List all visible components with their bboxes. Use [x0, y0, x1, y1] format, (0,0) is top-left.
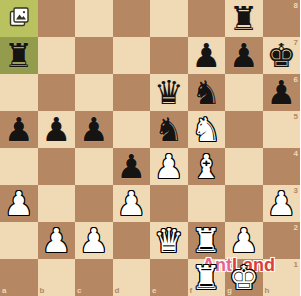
white-pawn[interactable]: ♟ — [0, 185, 38, 222]
white-pawn[interactable]: ♟ — [263, 185, 301, 222]
white-bishop[interactable]: ♝ — [188, 148, 226, 185]
square-f6[interactable]: ♞ — [188, 74, 226, 111]
black-king[interactable]: ♚ — [263, 37, 301, 74]
square-g2[interactable]: ♟ — [225, 222, 263, 259]
square-b2[interactable]: ♟ — [38, 222, 76, 259]
square-g3[interactable] — [225, 185, 263, 222]
square-c6[interactable] — [75, 74, 113, 111]
square-e7[interactable] — [150, 37, 188, 74]
image-placeholder-icon — [0, 0, 38, 37]
file-label-a: a — [2, 286, 6, 295]
square-d5[interactable] — [113, 111, 151, 148]
square-a4[interactable] — [0, 148, 38, 185]
square-e2[interactable]: ♛ — [150, 222, 188, 259]
square-b3[interactable] — [38, 185, 76, 222]
square-d6[interactable] — [113, 74, 151, 111]
square-d1[interactable]: d — [113, 259, 151, 296]
white-rook[interactable]: ♜ — [188, 259, 226, 296]
white-rook[interactable]: ♜ — [188, 222, 226, 259]
square-a1[interactable]: a — [0, 259, 38, 296]
square-e3[interactable] — [150, 185, 188, 222]
chess-board-area: ♜8♜♟♟7♚♛♞6♟♟♟♟♞♞5♟♟♝4♟♟3♟♟♟♛♜♟2abcdef♜g♚… — [0, 0, 300, 296]
square-h8[interactable]: 8 — [263, 0, 301, 37]
file-label-c: c — [77, 286, 81, 295]
square-f8[interactable] — [188, 0, 226, 37]
square-e5[interactable]: ♞ — [150, 111, 188, 148]
square-h3[interactable]: 3♟ — [263, 185, 301, 222]
square-c1[interactable]: c — [75, 259, 113, 296]
square-a6[interactable] — [0, 74, 38, 111]
square-h4[interactable]: 4 — [263, 148, 301, 185]
square-c8[interactable] — [75, 0, 113, 37]
square-h1[interactable]: 1h — [263, 259, 301, 296]
square-e8[interactable] — [150, 0, 188, 37]
square-c4[interactable] — [75, 148, 113, 185]
square-f1[interactable]: f♜ — [188, 259, 226, 296]
black-knight[interactable]: ♞ — [188, 74, 226, 111]
white-king[interactable]: ♚ — [225, 259, 263, 296]
rank-label-4: 4 — [294, 149, 298, 158]
square-b7[interactable] — [38, 37, 76, 74]
file-label-d: d — [115, 286, 120, 295]
square-c2[interactable]: ♟ — [75, 222, 113, 259]
square-d8[interactable] — [113, 0, 151, 37]
chess-board: ♜8♜♟♟7♚♛♞6♟♟♟♟♞♞5♟♟♝4♟♟3♟♟♟♛♜♟2abcdef♜g♚… — [0, 0, 300, 296]
square-f3[interactable] — [188, 185, 226, 222]
square-a2[interactable] — [0, 222, 38, 259]
square-g6[interactable] — [225, 74, 263, 111]
square-f4[interactable]: ♝ — [188, 148, 226, 185]
black-pawn[interactable]: ♟ — [225, 37, 263, 74]
file-label-b: b — [40, 286, 45, 295]
square-h2[interactable]: 2 — [263, 222, 301, 259]
black-pawn[interactable]: ♟ — [75, 111, 113, 148]
rank-label-2: 2 — [294, 223, 298, 232]
square-a5[interactable]: ♟ — [0, 111, 38, 148]
white-pawn[interactable]: ♟ — [113, 185, 151, 222]
black-pawn[interactable]: ♟ — [188, 37, 226, 74]
black-pawn[interactable]: ♟ — [38, 111, 76, 148]
square-g7[interactable]: ♟ — [225, 37, 263, 74]
square-e1[interactable]: e — [150, 259, 188, 296]
square-h7[interactable]: 7♚ — [263, 37, 301, 74]
square-a7[interactable]: ♜ — [0, 37, 38, 74]
white-queen[interactable]: ♛ — [150, 222, 188, 259]
white-pawn[interactable]: ♟ — [75, 222, 113, 259]
square-f7[interactable]: ♟ — [188, 37, 226, 74]
square-b8[interactable] — [38, 0, 76, 37]
square-h6[interactable]: 6♟ — [263, 74, 301, 111]
square-d4[interactable]: ♟ — [113, 148, 151, 185]
black-queen[interactable]: ♛ — [150, 74, 188, 111]
rank-label-8: 8 — [294, 1, 298, 10]
square-g1[interactable]: g♚ — [225, 259, 263, 296]
square-d3[interactable]: ♟ — [113, 185, 151, 222]
square-b5[interactable]: ♟ — [38, 111, 76, 148]
square-e6[interactable]: ♛ — [150, 74, 188, 111]
white-pawn[interactable]: ♟ — [150, 148, 188, 185]
square-g5[interactable] — [225, 111, 263, 148]
rank-label-5: 5 — [294, 112, 298, 121]
white-pawn[interactable]: ♟ — [38, 222, 76, 259]
square-d2[interactable] — [113, 222, 151, 259]
square-c7[interactable] — [75, 37, 113, 74]
black-knight[interactable]: ♞ — [150, 111, 188, 148]
square-b4[interactable] — [38, 148, 76, 185]
square-g4[interactable] — [225, 148, 263, 185]
white-pawn[interactable]: ♟ — [225, 222, 263, 259]
rank-label-1: 1 — [294, 260, 298, 269]
white-knight[interactable]: ♞ — [188, 111, 226, 148]
file-label-e: e — [152, 286, 156, 295]
black-pawn[interactable]: ♟ — [113, 148, 151, 185]
square-d7[interactable] — [113, 37, 151, 74]
square-g8[interactable]: ♜ — [225, 0, 263, 37]
black-rook[interactable]: ♜ — [225, 0, 263, 37]
file-label-h: h — [265, 286, 270, 295]
square-f5[interactable]: ♞ — [188, 111, 226, 148]
square-b6[interactable] — [38, 74, 76, 111]
square-e4[interactable]: ♟ — [150, 148, 188, 185]
black-pawn[interactable]: ♟ — [263, 74, 301, 111]
square-a8[interactable] — [0, 0, 38, 37]
square-f2[interactable]: ♜ — [188, 222, 226, 259]
square-c5[interactable]: ♟ — [75, 111, 113, 148]
black-rook[interactable]: ♜ — [0, 37, 38, 74]
square-h5[interactable]: 5 — [263, 111, 301, 148]
square-a3[interactable]: ♟ — [0, 185, 38, 222]
square-b1[interactable]: b — [38, 259, 76, 296]
black-pawn[interactable]: ♟ — [0, 111, 38, 148]
square-c3[interactable] — [75, 185, 113, 222]
